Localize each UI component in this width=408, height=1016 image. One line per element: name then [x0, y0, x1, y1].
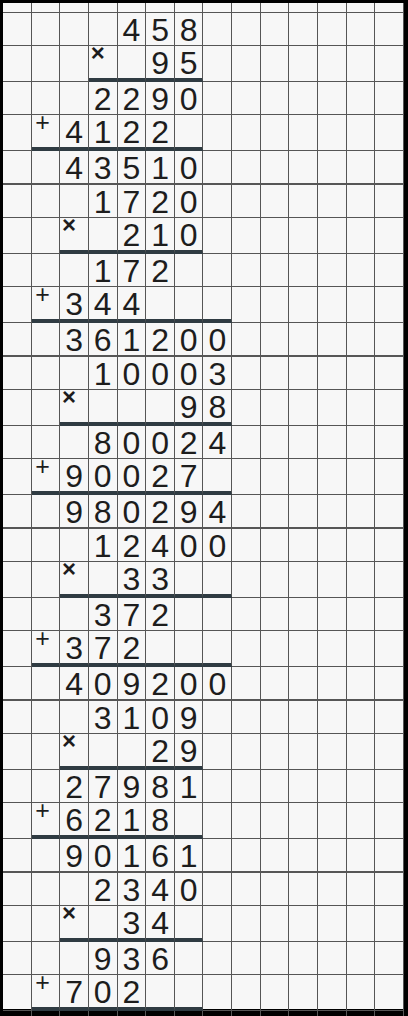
grid-cell	[289, 734, 318, 770]
digit-cell: 3	[118, 562, 147, 598]
grid-cell	[347, 218, 376, 254]
grid-cell	[289, 218, 318, 254]
digit-cell: 0	[118, 459, 147, 495]
grid-cell	[232, 803, 261, 839]
grid-cell	[375, 734, 404, 770]
grid-cell	[347, 839, 376, 872]
grid-cell	[3, 598, 32, 631]
grid-cell	[289, 46, 318, 82]
grid-cell	[232, 13, 261, 46]
grid-cell	[347, 357, 376, 390]
partial-product-2-digit: 1	[122, 804, 140, 836]
digit-cell: 2	[89, 873, 118, 906]
grid-cell	[232, 82, 261, 115]
digit-cell: 1	[89, 357, 118, 390]
grid-cell	[3, 631, 32, 667]
grid-cell	[3, 185, 32, 218]
multiplicand-digit: 9	[180, 702, 198, 734]
digit-cell: 9	[146, 46, 175, 82]
product-digit: 6	[94, 324, 112, 356]
grid-cell	[32, 13, 61, 46]
partial-product-1-digit: 0	[180, 83, 198, 115]
grid-cell	[375, 13, 404, 46]
grid-cell	[318, 390, 347, 426]
digit-cell: 0	[175, 529, 204, 562]
grid-cell	[375, 151, 404, 184]
grid-cell	[203, 459, 232, 495]
grid-cell	[375, 287, 404, 323]
grid-cell	[203, 839, 232, 872]
symbol-cell: +	[32, 803, 61, 839]
grid-cell	[347, 287, 376, 323]
symbol-cell: +	[32, 631, 61, 667]
grid-cell	[32, 46, 61, 82]
grid-cell	[232, 254, 261, 287]
grid-cell	[347, 390, 376, 426]
partial-product-2-digit: 4	[122, 288, 140, 320]
partial-product-1-digit: 7	[122, 599, 140, 631]
grid-cell	[261, 975, 290, 1011]
grid-cell	[347, 770, 376, 803]
digit-cell: 1	[89, 529, 118, 562]
grid-cell	[203, 3, 232, 13]
multiplier-digit: 3	[151, 563, 169, 595]
grid-cell	[289, 803, 318, 839]
digit-cell: 7	[175, 459, 204, 495]
grid-cell	[347, 906, 376, 942]
grid-cell	[261, 529, 290, 562]
grid-cell	[318, 906, 347, 942]
partial-product-1-digit: 9	[151, 83, 169, 115]
grid-cell	[289, 495, 318, 528]
grid-cell	[289, 13, 318, 46]
product-digit: 3	[65, 324, 83, 356]
digit-cell: 9	[118, 770, 147, 803]
grid-cell	[175, 975, 204, 1011]
grid-cell	[232, 701, 261, 734]
grid-cell	[318, 598, 347, 631]
grid-cell	[3, 667, 32, 700]
digit-cell: 5	[146, 13, 175, 46]
grid-cell	[3, 459, 32, 495]
grid-cell	[175, 287, 204, 323]
grid-cell	[146, 631, 175, 667]
digit-cell: 0	[175, 151, 204, 184]
grid-cell	[261, 631, 290, 667]
digit-cell: 3	[89, 701, 118, 734]
digit-cell: 0	[118, 495, 147, 528]
grid-cell	[375, 426, 404, 459]
grid-cell	[261, 459, 290, 495]
grid-cell	[203, 185, 232, 218]
partial-product-1-digit: 2	[122, 83, 140, 115]
grid-cell	[318, 529, 347, 562]
grid-cell	[375, 803, 404, 839]
product-digit: 9	[65, 840, 83, 872]
multiplicand-digit: 0	[208, 530, 226, 562]
product-digit: 0	[208, 668, 226, 700]
grid-cell	[232, 873, 261, 906]
grid-cell	[375, 906, 404, 942]
grid-cell	[318, 287, 347, 323]
partial-product-2-digit: 3	[65, 288, 83, 320]
grid-cell	[32, 1011, 61, 1016]
grid-cell	[318, 734, 347, 770]
grid-cell	[318, 701, 347, 734]
grid-cell	[261, 770, 290, 803]
grid-cell	[375, 323, 404, 356]
grid-cell	[289, 975, 318, 1011]
grid-cell	[347, 529, 376, 562]
product-digit: 5	[122, 152, 140, 184]
multiplicand-digit: 1	[94, 358, 112, 390]
partial-product-2-digit: 0	[94, 460, 112, 492]
grid-cell	[203, 598, 232, 631]
grid-cell	[261, 151, 290, 184]
multiplicand-digit: 4	[151, 874, 169, 906]
digit-cell: 2	[146, 254, 175, 287]
grid-cell	[318, 357, 347, 390]
grid-cell	[32, 562, 61, 598]
digit-cell: 2	[146, 734, 175, 770]
grid-cell	[318, 975, 347, 1011]
grid-cell	[289, 839, 318, 872]
product-digit: 3	[94, 152, 112, 184]
grid-cell	[375, 82, 404, 115]
grid-cell	[375, 873, 404, 906]
product-digit: 5	[122, 1012, 140, 1016]
grid-cell	[232, 426, 261, 459]
partial-product-1-digit: 7	[94, 771, 112, 803]
digit-cell: 5	[118, 1011, 147, 1016]
digit-cell: 2	[146, 323, 175, 356]
grid-cell	[261, 667, 290, 700]
grid-cell	[261, 906, 290, 942]
multiplier-digit: 5	[180, 47, 198, 79]
grid-cell	[375, 770, 404, 803]
grid-cell	[60, 82, 89, 115]
multiplicand-digit: 2	[94, 874, 112, 906]
partial-product-1-digit: 4	[208, 427, 226, 459]
grid-cell	[347, 13, 376, 46]
grid-cell	[318, 1011, 347, 1016]
grid-cell	[289, 323, 318, 356]
grid-cell	[261, 701, 290, 734]
multiplicand-digit: 3	[94, 702, 112, 734]
grid-cell	[375, 701, 404, 734]
grid-cell	[203, 254, 232, 287]
multiplicand-digit: 4	[151, 530, 169, 562]
grid-cell	[32, 185, 61, 218]
digit-cell: 9	[118, 667, 147, 700]
grid-cell	[347, 1011, 376, 1016]
multiplicand-digit: 1	[94, 530, 112, 562]
symbol-cell: +	[32, 459, 61, 495]
grid-cell	[289, 906, 318, 942]
grid-cell	[232, 151, 261, 184]
multiplicand-digit: 0	[151, 358, 169, 390]
grid-cell	[32, 667, 61, 700]
grid-cell	[261, 82, 290, 115]
grid-cell	[289, 459, 318, 495]
digit-cell: 4	[146, 529, 175, 562]
grid-cell	[232, 323, 261, 356]
grid-cell	[347, 46, 376, 82]
multiplicand-digit: 4	[122, 14, 140, 46]
partial-product-2-digit: 2	[122, 116, 140, 148]
digit-cell: 7	[89, 770, 118, 803]
grid-cell	[232, 975, 261, 1011]
grid-cell	[3, 770, 32, 803]
partial-product-1-digit: 6	[151, 943, 169, 975]
digit-cell: 0	[175, 82, 204, 115]
digit-cell: 1	[89, 254, 118, 287]
digit-cell: 4	[118, 287, 147, 323]
grid-cell	[347, 495, 376, 528]
grid-cell	[146, 390, 175, 426]
grid-cell	[32, 151, 61, 184]
grid-cell	[375, 390, 404, 426]
digit-cell: 8	[89, 426, 118, 459]
product-digit: 4	[208, 496, 226, 528]
grid-cell	[89, 734, 118, 770]
digit-cell: 1	[118, 803, 147, 839]
digit-cell: 3	[118, 906, 147, 942]
digit-cell: 9	[175, 701, 204, 734]
product-digit: 7	[65, 1012, 83, 1016]
digit-cell: 7	[89, 631, 118, 667]
grid-cell	[289, 1011, 318, 1016]
grid-cell	[289, 185, 318, 218]
grid-cell	[60, 254, 89, 287]
grid-cell	[347, 873, 376, 906]
grid-cell	[203, 115, 232, 151]
digit-cell: 6	[146, 839, 175, 872]
digit-cell: 1	[175, 770, 204, 803]
grid-cell	[203, 562, 232, 598]
digit-cell: 2	[146, 598, 175, 631]
grid-cell	[289, 529, 318, 562]
product-digit: 1	[122, 840, 140, 872]
product-digit: 9	[94, 1012, 112, 1016]
digit-cell: 8	[175, 13, 204, 46]
product-digit: 0	[180, 668, 198, 700]
grid-cell	[203, 1011, 232, 1016]
multiplier-digit: 4	[151, 907, 169, 939]
grid-cell	[375, 495, 404, 528]
multiplier-digit: 1	[151, 219, 169, 251]
partial-product-1-digit: 8	[151, 771, 169, 803]
grid-cell	[347, 151, 376, 184]
digit-cell: 9	[175, 734, 204, 770]
grid-cell	[318, 942, 347, 975]
symbol-cell: ×	[60, 562, 89, 598]
digit-cell: 0	[89, 667, 118, 700]
grid-cell	[347, 562, 376, 598]
grid-cell	[3, 1011, 32, 1016]
digit-cell: 2	[175, 426, 204, 459]
grid-cell	[175, 803, 204, 839]
multiplier-digit: 3	[122, 563, 140, 595]
grid-cell	[3, 287, 32, 323]
digit-cell: 8	[89, 495, 118, 528]
partial-product-1-digit: 2	[65, 771, 83, 803]
partial-product-2-digit: 6	[65, 804, 83, 836]
digit-cell: 3	[89, 598, 118, 631]
grid-cell	[3, 734, 32, 770]
grid-cell	[232, 185, 261, 218]
grid-cell	[289, 357, 318, 390]
grid-cell	[375, 562, 404, 598]
grid-cell	[32, 873, 61, 906]
plus-sign: +	[35, 282, 50, 307]
grid-cell	[375, 459, 404, 495]
partial-product-2-digit: 2	[151, 460, 169, 492]
digit-cell: 8	[146, 770, 175, 803]
grid-cell	[175, 906, 204, 942]
product-digit: 2	[151, 496, 169, 528]
digit-cell: 4	[60, 115, 89, 151]
grid-cell	[289, 115, 318, 151]
plus-sign: +	[35, 798, 50, 823]
multiplicand-digit: 1	[94, 186, 112, 218]
grid-cell	[375, 1011, 404, 1016]
digit-cell: 6	[146, 1011, 175, 1016]
grid-cell	[3, 803, 32, 839]
grid-cell	[375, 631, 404, 667]
digit-cell: 4	[118, 13, 147, 46]
grid-cell	[60, 3, 89, 13]
digit-cell: 1	[175, 839, 204, 872]
grid-cell	[289, 390, 318, 426]
grid-cell	[347, 701, 376, 734]
grid-cell	[318, 631, 347, 667]
product-digit: 0	[94, 668, 112, 700]
grid-cell	[3, 218, 32, 254]
partial-product-2-digit: 0	[122, 460, 140, 492]
grid-cell	[232, 906, 261, 942]
grid-cell	[60, 942, 89, 975]
grid-cell	[232, 562, 261, 598]
grid-cell	[3, 529, 32, 562]
worksheet-frame: 458×952290+4122435101720×210172+34436120…	[0, 0, 408, 1016]
times-sign: ×	[62, 385, 76, 409]
times-sign: ×	[62, 213, 76, 237]
grid-cell	[289, 82, 318, 115]
digit-cell: 0	[146, 357, 175, 390]
grid-cell	[261, 562, 290, 598]
grid-cell	[232, 631, 261, 667]
grid-cell	[261, 803, 290, 839]
grid-cell	[347, 185, 376, 218]
digit-cell: 2	[146, 495, 175, 528]
partial-product-1-digit: 9	[94, 943, 112, 975]
multiplier-digit: 3	[122, 907, 140, 939]
product-digit: 4	[65, 668, 83, 700]
grid-cell	[32, 323, 61, 356]
grid-cell	[261, 390, 290, 426]
grid-cell	[318, 254, 347, 287]
grid-cell	[347, 598, 376, 631]
digit-cell: 2	[118, 631, 147, 667]
grid-cell	[3, 82, 32, 115]
partial-product-2-digit: 8	[151, 804, 169, 836]
grid-cell	[32, 357, 61, 390]
grid-cell	[375, 942, 404, 975]
grid-cell	[318, 115, 347, 151]
grid-cell	[3, 839, 32, 872]
digit-cell: 3	[146, 562, 175, 598]
grid-cell	[32, 390, 61, 426]
digit-cell: 0	[203, 323, 232, 356]
digit-cell: 2	[146, 115, 175, 151]
grid-cell	[232, 287, 261, 323]
grid-cell	[375, 46, 404, 82]
grid-cell	[60, 46, 89, 82]
grid-cell	[375, 529, 404, 562]
grid-cell	[261, 323, 290, 356]
digit-cell: 0	[89, 839, 118, 872]
grid-cell	[232, 942, 261, 975]
digit-cell: 2	[60, 770, 89, 803]
grid-cell	[232, 667, 261, 700]
grid-cell	[203, 942, 232, 975]
product-digit: 8	[94, 496, 112, 528]
grid-cell	[60, 13, 89, 46]
digit-cell: 9	[60, 495, 89, 528]
digit-cell: 2	[118, 975, 147, 1011]
grid-cell	[3, 426, 32, 459]
multiplicand-digit: 5	[151, 14, 169, 46]
multiplicand-digit: 0	[151, 702, 169, 734]
multiplier-digit: 0	[180, 219, 198, 251]
grid-cell	[89, 562, 118, 598]
grid-cell	[261, 1011, 290, 1016]
digit-cell: 7	[60, 1011, 89, 1016]
partial-product-2-digit: 2	[122, 976, 140, 1008]
product-digit: 1	[180, 840, 198, 872]
partial-product-2-digit: 3	[65, 632, 83, 664]
grid-cell	[89, 390, 118, 426]
digit-cell: 3	[118, 942, 147, 975]
product-digit: 2	[151, 324, 169, 356]
multiplier-digit: 9	[180, 735, 198, 767]
grid-cell	[289, 631, 318, 667]
grid-cell	[375, 254, 404, 287]
grid-cell	[375, 975, 404, 1011]
partial-product-1-digit: 2	[151, 599, 169, 631]
grid-cell	[118, 734, 147, 770]
grid-cell	[289, 254, 318, 287]
digit-cell: 0	[118, 426, 147, 459]
grid-cell	[261, 218, 290, 254]
grid-cell	[203, 803, 232, 839]
product-digit: 0	[208, 324, 226, 356]
digit-cell: 0	[118, 357, 147, 390]
product-digit: 0	[94, 840, 112, 872]
digit-cell: 2	[89, 803, 118, 839]
plus-sign: +	[35, 626, 50, 651]
digit-cell: 2	[146, 185, 175, 218]
grid-cell	[347, 323, 376, 356]
grid-cell	[232, 598, 261, 631]
grid-cell	[203, 873, 232, 906]
multiplicand-digit: 0	[180, 530, 198, 562]
product-digit: 1	[122, 324, 140, 356]
grid-cell	[289, 701, 318, 734]
grid-cell	[261, 287, 290, 323]
product-digit: 0	[180, 324, 198, 356]
